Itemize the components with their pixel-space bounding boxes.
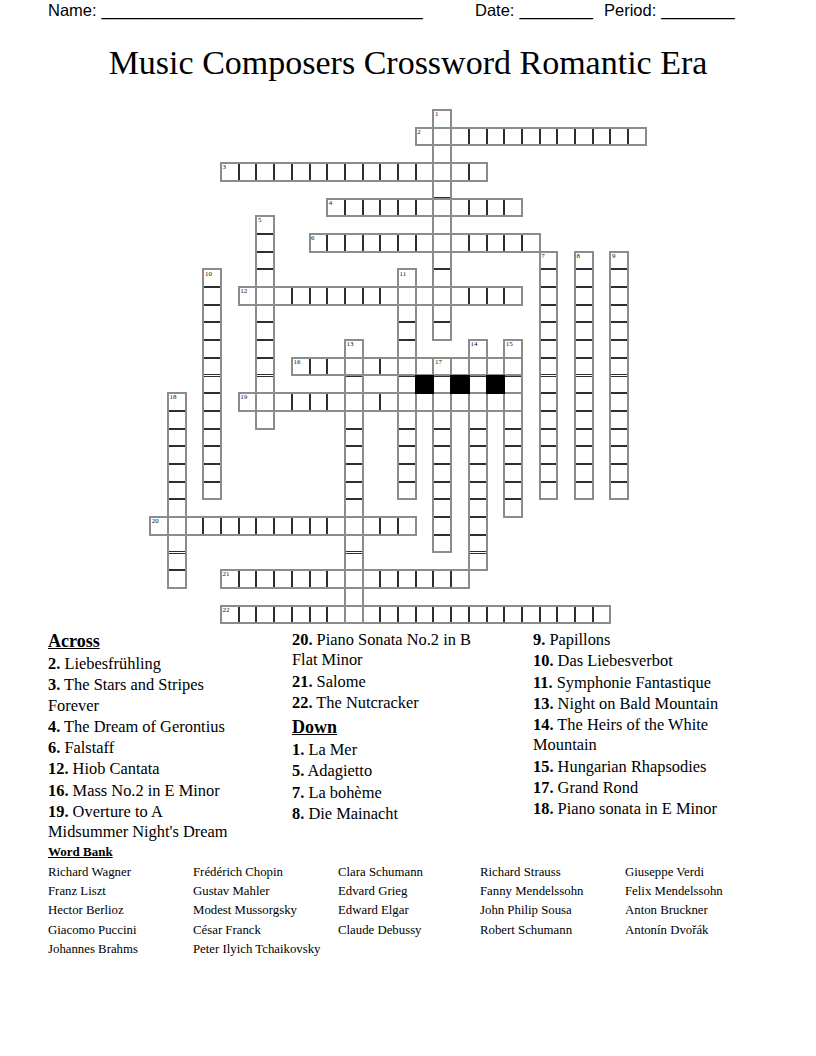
clue-number-14: 14: [470, 341, 477, 348]
grid-cell[interactable]: [540, 376, 558, 394]
clue-number-3: 3: [223, 164, 227, 171]
grid-cell[interactable]: [504, 464, 522, 482]
grid-cell[interactable]: [610, 358, 628, 376]
word-bank-item: Richard Strauss: [480, 863, 583, 882]
clue-item-3: 3. The Stars and Stripes Forever: [48, 675, 244, 716]
clue-item-2: 2. Liebesfrühling: [48, 654, 244, 674]
grid-cell[interactable]: [256, 287, 274, 305]
grid-cell[interactable]: [451, 287, 469, 305]
grid-cell[interactable]: [292, 606, 310, 624]
grid-cell[interactable]: [398, 322, 416, 340]
name-label: Name:: [48, 1, 97, 19]
grid-cell[interactable]: [398, 340, 416, 358]
grid-cell[interactable]: [398, 429, 416, 447]
grid-cell[interactable]: [451, 358, 469, 376]
grid-cell[interactable]: [398, 517, 416, 535]
grid-cell[interactable]: [345, 393, 363, 411]
grid-cell[interactable]: [398, 570, 416, 588]
word-bank-item: Peter Ilyich Tchaikovsky: [193, 940, 321, 959]
name-blank-line[interactable]: ___________________________________: [102, 1, 423, 19]
grid-cell[interactable]: [256, 305, 274, 323]
clues-heading-across: Across: [48, 630, 244, 652]
grid-cell[interactable]: [433, 252, 451, 270]
grid-cell[interactable]: [469, 464, 487, 482]
grid-cell[interactable]: [433, 216, 451, 234]
grid-cell[interactable]: [327, 163, 345, 181]
grid-cell[interactable]: [504, 234, 522, 252]
grid-cell[interactable]: [292, 570, 310, 588]
clue-item-number: 10.: [533, 651, 554, 670]
grid-cell[interactable]: [575, 358, 593, 376]
grid-cell[interactable]: [256, 517, 274, 535]
grid-cell[interactable]: [469, 482, 487, 500]
clue-item-20: 20. Piano Sonata No.2 in B Flat Minor: [292, 630, 498, 671]
grid-cell[interactable]: [256, 163, 274, 181]
clue-item-1: 1. La Mer: [292, 740, 498, 760]
grid-cell[interactable]: [610, 446, 628, 464]
grid-cell[interactable]: [433, 499, 451, 517]
period-label: Period:: [604, 1, 656, 19]
grid-cell[interactable]: [380, 570, 398, 588]
grid-cell[interactable]: [203, 305, 221, 323]
grid-cell[interactable]: [380, 163, 398, 181]
page-title: Music Composers Crossword Romantic Era: [0, 44, 816, 82]
grid-cell[interactable]: [203, 517, 221, 535]
grid-cell[interactable]: [540, 287, 558, 305]
grid-cell[interactable]: [433, 322, 451, 340]
grid-cell[interactable]: [168, 517, 186, 535]
grid-cell[interactable]: [380, 199, 398, 217]
grid-cell[interactable]: [345, 464, 363, 482]
grid-cell[interactable]: [168, 446, 186, 464]
grid-cell[interactable]: [504, 358, 522, 376]
grid-cell[interactable]: [398, 305, 416, 323]
grid-cell[interactable]: [256, 393, 274, 411]
grid-cell[interactable]: [540, 606, 558, 624]
grid-cell[interactable]: [345, 570, 363, 588]
grid-cell[interactable]: [345, 234, 363, 252]
grid-cell[interactable]: [575, 376, 593, 394]
grid-cell[interactable]: [610, 429, 628, 447]
grid-cell[interactable]: [363, 517, 381, 535]
grid-cell[interactable]: [487, 393, 505, 411]
grid-cell[interactable]: [310, 163, 328, 181]
grid-cell[interactable]: [610, 464, 628, 482]
grid-cell[interactable]: [433, 269, 451, 287]
grid-cell[interactable]: [327, 570, 345, 588]
grid-cell[interactable]: [540, 464, 558, 482]
grid-cell[interactable]: [256, 252, 274, 270]
grid-cell[interactable]: [416, 570, 434, 588]
grid-cell[interactable]: [487, 199, 505, 217]
grid-cell[interactable]: [310, 393, 328, 411]
grid-cell[interactable]: [575, 393, 593, 411]
grid-cell[interactable]: [433, 163, 451, 181]
grid-cell[interactable]: [469, 553, 487, 571]
grid-cell[interactable]: [416, 287, 434, 305]
grid-cell[interactable]: [256, 606, 274, 624]
grid-cell[interactable]: [256, 411, 274, 429]
grid-cell[interactable]: [451, 199, 469, 217]
grid-cell[interactable]: [416, 606, 434, 624]
grid-cell[interactable]: [540, 128, 558, 146]
grid-cell[interactable]: [203, 376, 221, 394]
grid-cell[interactable]: [522, 234, 540, 252]
word-bank-item: Frédérich Chopin: [193, 863, 321, 882]
grid-cell[interactable]: [416, 199, 434, 217]
grid-cell[interactable]: [504, 606, 522, 624]
grid-cell[interactable]: [310, 517, 328, 535]
grid-cell[interactable]: [345, 499, 363, 517]
grid-cell[interactable]: [540, 411, 558, 429]
grid-cell[interactable]: [540, 340, 558, 358]
grid-cell[interactable]: [256, 234, 274, 252]
grid-cell[interactable]: [628, 128, 646, 146]
grid-cell[interactable]: [433, 482, 451, 500]
grid-cell[interactable]: [433, 199, 451, 217]
grid-cell[interactable]: [557, 606, 575, 624]
grid-cell[interactable]: [469, 128, 487, 146]
grid-cell[interactable]: [575, 322, 593, 340]
grid-cell[interactable]: [610, 376, 628, 394]
grid-cell[interactable]: [433, 535, 451, 553]
date-blank-line[interactable]: ________: [519, 1, 592, 19]
grid-cell[interactable]: [203, 393, 221, 411]
grid-cell[interactable]: [168, 464, 186, 482]
grid-cell[interactable]: [575, 464, 593, 482]
grid-cell[interactable]: [451, 128, 469, 146]
grid-cell[interactable]: [575, 411, 593, 429]
grid-cell[interactable]: [310, 358, 328, 376]
grid-cell[interactable]: [363, 606, 381, 624]
grid-cell[interactable]: [469, 376, 487, 394]
grid-cell[interactable]: [469, 429, 487, 447]
grid-cell[interactable]: [292, 393, 310, 411]
grid-cell[interactable]: [345, 588, 363, 606]
grid-cell[interactable]: [327, 393, 345, 411]
grid-cell[interactable]: [239, 570, 257, 588]
grid-cell[interactable]: [398, 482, 416, 500]
grid-cell[interactable]: [310, 606, 328, 624]
grid-cell[interactable]: [540, 305, 558, 323]
grid-cell[interactable]: [433, 376, 451, 394]
grid-cell[interactable]: [310, 287, 328, 305]
grid-cell[interactable]: [363, 287, 381, 305]
grid-cell[interactable]: [203, 446, 221, 464]
grid-cell[interactable]: [469, 163, 487, 181]
clue-item-number: 4.: [48, 717, 60, 736]
grid-cell[interactable]: [433, 287, 451, 305]
grid-cell[interactable]: [168, 499, 186, 517]
grid-cell[interactable]: [203, 322, 221, 340]
grid-cell[interactable]: [469, 287, 487, 305]
grid-cell[interactable]: [540, 482, 558, 500]
clues-column-across: Across2. Liebesfrühling3. The Stars and …: [48, 630, 244, 844]
grid-cell[interactable]: [345, 517, 363, 535]
grid-cell[interactable]: [274, 393, 292, 411]
grid-cell[interactable]: [327, 517, 345, 535]
grid-cell[interactable]: [575, 287, 593, 305]
grid-cell[interactable]: [575, 269, 593, 287]
grid-cell[interactable]: [557, 128, 575, 146]
grid-cell[interactable]: [398, 287, 416, 305]
grid-cell[interactable]: [610, 482, 628, 500]
grid-cell[interactable]: [540, 358, 558, 376]
grid-cell[interactable]: [327, 358, 345, 376]
grid-cell[interactable]: [345, 411, 363, 429]
word-bank-item: Robert Schumann: [480, 921, 583, 940]
grid-cell[interactable]: [433, 570, 451, 588]
grid-cell[interactable]: [433, 145, 451, 163]
grid-cell[interactable]: [292, 517, 310, 535]
grid-cell[interactable]: [504, 482, 522, 500]
grid-cell[interactable]: [416, 393, 434, 411]
word-bank-item: Johannes Brahms: [48, 940, 138, 959]
grid-cell[interactable]: [256, 269, 274, 287]
grid-cell[interactable]: [575, 128, 593, 146]
grid-cell[interactable]: [363, 393, 381, 411]
grid-cell[interactable]: [469, 535, 487, 553]
grid-cell[interactable]: [433, 606, 451, 624]
grid-cell[interactable]: [203, 340, 221, 358]
grid-cell[interactable]: [540, 269, 558, 287]
grid-cell[interactable]: [487, 358, 505, 376]
word-bank-item: Franz Liszt: [48, 882, 138, 901]
grid-cell[interactable]: [398, 376, 416, 394]
grid-cell[interactable]: [327, 606, 345, 624]
grid-cell[interactable]: [416, 163, 434, 181]
grid-cell[interactable]: [433, 234, 451, 252]
grid-cell[interactable]: [310, 570, 328, 588]
grid-cell[interactable]: [469, 199, 487, 217]
word-bank-column-5: Giuseppe VerdiFelix MendelssohnAnton Bru…: [625, 863, 723, 940]
grid-cell[interactable]: [433, 305, 451, 323]
grid-cell[interactable]: [610, 128, 628, 146]
grid-cell[interactable]: [504, 429, 522, 447]
grid-cell[interactable]: [380, 358, 398, 376]
grid-cell[interactable]: [256, 570, 274, 588]
date-field: Date:________: [475, 1, 593, 20]
grid-cell[interactable]: [469, 411, 487, 429]
grid-cell[interactable]: [345, 429, 363, 447]
clue-item-number: 5.: [292, 761, 304, 780]
grid-cell[interactable]: [522, 606, 540, 624]
grid-cell[interactable]: [398, 411, 416, 429]
grid-cell[interactable]: [487, 234, 505, 252]
grid-cell[interactable]: [221, 517, 239, 535]
grid-cell[interactable]: [380, 606, 398, 624]
clues-column-middle: 20. Piano Sonata No.2 in B Flat Minor21.…: [292, 630, 498, 825]
grid-cell[interactable]: [433, 128, 451, 146]
grid-cell[interactable]: [575, 305, 593, 323]
grid-cell[interactable]: [540, 322, 558, 340]
grid-cell[interactable]: [186, 517, 204, 535]
grid-cell[interactable]: [345, 358, 363, 376]
grid-cell[interactable]: [451, 163, 469, 181]
grid-cell[interactable]: [168, 535, 186, 553]
grid-cell[interactable]: [345, 535, 363, 553]
grid-cell[interactable]: [398, 464, 416, 482]
grid-cell[interactable]: [168, 482, 186, 500]
word-bank-item: Clara Schumann: [338, 863, 423, 882]
word-bank-column-2: Frédérich ChopinGustav MahlerModest Muss…: [193, 863, 321, 959]
grid-cell[interactable]: [292, 163, 310, 181]
grid-cell[interactable]: [451, 570, 469, 588]
grid-cell[interactable]: [398, 606, 416, 624]
grid-cell[interactable]: [469, 517, 487, 535]
grid-cell[interactable]: [256, 358, 274, 376]
grid-cell[interactable]: [345, 199, 363, 217]
grid-cell[interactable]: [345, 446, 363, 464]
grid-cell[interactable]: [416, 234, 434, 252]
grid-cell[interactable]: [575, 606, 593, 624]
grid-cell[interactable]: [274, 570, 292, 588]
grid-cell[interactable]: [345, 482, 363, 500]
grid-cell[interactable]: [433, 393, 451, 411]
grid-cell[interactable]: [540, 429, 558, 447]
grid-cell[interactable]: [203, 429, 221, 447]
grid-cell[interactable]: [469, 446, 487, 464]
clue-number-4: 4: [329, 200, 333, 207]
grid-cell[interactable]: [274, 606, 292, 624]
clue-item-number: 17.: [533, 778, 554, 797]
grid-cell[interactable]: [327, 287, 345, 305]
clue-item-number: 3.: [48, 675, 60, 694]
clue-number-2: 2: [417, 129, 421, 136]
grid-cell[interactable]: [487, 287, 505, 305]
grid-cell[interactable]: [274, 517, 292, 535]
grid-cell[interactable]: [504, 199, 522, 217]
grid-cell[interactable]: [610, 411, 628, 429]
grid-cell[interactable]: [469, 393, 487, 411]
grid-cell[interactable]: [433, 446, 451, 464]
grid-cell[interactable]: [593, 606, 611, 624]
clue-item-17: 17. Grand Rond: [533, 778, 751, 798]
grid-cell[interactable]: [292, 287, 310, 305]
clue-number-9: 9: [612, 253, 616, 260]
grid-cell[interactable]: [380, 393, 398, 411]
grid-cell[interactable]: [345, 606, 363, 624]
grid-cell[interactable]: [433, 464, 451, 482]
clue-item-number: 11.: [533, 673, 553, 692]
grid-cell[interactable]: [345, 553, 363, 571]
grid-cell[interactable]: [256, 340, 274, 358]
clue-number-11: 11: [400, 271, 407, 278]
grid-cell[interactable]: [469, 606, 487, 624]
grid-cell[interactable]: [575, 446, 593, 464]
grid-cell[interactable]: [416, 358, 434, 376]
grid-cell[interactable]: [504, 411, 522, 429]
grid-cell[interactable]: [433, 429, 451, 447]
grid-cell[interactable]: [398, 234, 416, 252]
grid-cell[interactable]: [345, 376, 363, 394]
grid-cell[interactable]: [274, 287, 292, 305]
grid-cell[interactable]: [504, 446, 522, 464]
clue-number-22: 22: [223, 607, 230, 614]
grid-cell[interactable]: [504, 376, 522, 394]
grid-cell[interactable]: [239, 606, 257, 624]
clue-item-number: 19.: [48, 802, 69, 821]
grid-cell[interactable]: [433, 517, 451, 535]
grid-cell[interactable]: [575, 429, 593, 447]
grid-cell[interactable]: [380, 517, 398, 535]
grid-cell[interactable]: [504, 287, 522, 305]
grid-cell[interactable]: [469, 499, 487, 517]
grid-cell[interactable]: [433, 181, 451, 199]
grid-cell[interactable]: [469, 358, 487, 376]
grid-cell[interactable]: [203, 464, 221, 482]
grid-cell[interactable]: [451, 234, 469, 252]
grid-cell[interactable]: [522, 128, 540, 146]
grid-cell[interactable]: [363, 199, 381, 217]
grid-cell[interactable]: [203, 287, 221, 305]
grid-cell[interactable]: [380, 287, 398, 305]
grid-cell[interactable]: [398, 393, 416, 411]
grid-cell[interactable]: [363, 234, 381, 252]
grid-cell[interactable]: [398, 199, 416, 217]
grid-cell[interactable]: [487, 606, 505, 624]
clue-item-18: 18. Piano sonata in E Minor: [533, 799, 751, 819]
grid-cell[interactable]: [203, 411, 221, 429]
grid-cell[interactable]: [363, 358, 381, 376]
grid-cell[interactable]: [610, 322, 628, 340]
grid-cell[interactable]: [469, 234, 487, 252]
grid-cell[interactable]: [168, 411, 186, 429]
grid-cell[interactable]: [610, 287, 628, 305]
grid-cell[interactable]: [380, 234, 398, 252]
clue-item-number: 14.: [533, 715, 554, 734]
grid-cell[interactable]: [327, 234, 345, 252]
grid-cell[interactable]: [203, 482, 221, 500]
grid-cell[interactable]: [256, 376, 274, 394]
grid-cell[interactable]: [610, 269, 628, 287]
period-blank-line[interactable]: ________: [661, 1, 734, 19]
grid-cell[interactable]: [363, 163, 381, 181]
grid-cell[interactable]: [610, 393, 628, 411]
grid-cell[interactable]: [239, 517, 257, 535]
grid-cell[interactable]: [203, 358, 221, 376]
grid-cell[interactable]: [274, 163, 292, 181]
grid-cell[interactable]: [168, 553, 186, 571]
grid-cell[interactable]: [575, 482, 593, 500]
word-bank-item: Gustav Mahler: [193, 882, 321, 901]
grid-cell[interactable]: [398, 163, 416, 181]
grid-cell[interactable]: [610, 340, 628, 358]
grid-cell[interactable]: [575, 340, 593, 358]
grid-cell[interactable]: [168, 570, 186, 588]
grid-cell[interactable]: [593, 128, 611, 146]
grid-cell[interactable]: [540, 446, 558, 464]
grid-cell[interactable]: [345, 287, 363, 305]
grid-cell[interactable]: [504, 128, 522, 146]
grid-cell[interactable]: [398, 446, 416, 464]
grid-cell[interactable]: [540, 393, 558, 411]
grid-cell[interactable]: [345, 163, 363, 181]
grid-cell[interactable]: [433, 411, 451, 429]
grid-cell[interactable]: [363, 570, 381, 588]
grid-cell[interactable]: [451, 393, 469, 411]
grid-cell[interactable]: [398, 358, 416, 376]
grid-cell[interactable]: [504, 393, 522, 411]
grid-cell[interactable]: [239, 163, 257, 181]
grid-cell[interactable]: [168, 429, 186, 447]
grid-cell[interactable]: [451, 606, 469, 624]
grid-cell[interactable]: [610, 305, 628, 323]
grid-cell[interactable]: [256, 322, 274, 340]
clue-item-number: 8.: [292, 804, 304, 823]
grid-cell[interactable]: [487, 128, 505, 146]
grid-cell[interactable]: [504, 499, 522, 517]
